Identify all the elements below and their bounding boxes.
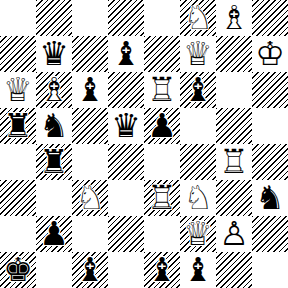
piece-black-pawn: ♟♟: [36, 216, 72, 252]
square-b4[interactable]: ♜♜: [36, 144, 72, 180]
square-h5[interactable]: [252, 108, 288, 144]
piece-white-bishop: ♝♗: [216, 0, 252, 36]
square-e3[interactable]: ♜♖: [144, 180, 180, 216]
piece-fill-underlay: ♝: [108, 36, 144, 72]
piece-black-bishop: ♝♝: [108, 36, 144, 72]
piece-fill-underlay: ♜: [144, 72, 180, 108]
square-d4[interactable]: [108, 144, 144, 180]
square-g5[interactable]: [216, 108, 252, 144]
piece-fill-underlay: ♟: [216, 216, 252, 252]
piece-fill-underlay: ♚: [252, 36, 288, 72]
piece-white-knight: ♞♘: [180, 0, 216, 36]
piece-fill-underlay: ♝: [144, 252, 180, 288]
piece-glyph: ♟: [36, 216, 72, 252]
piece-fill-underlay: ♛: [180, 36, 216, 72]
piece-glyph: ♖: [216, 144, 252, 180]
piece-black-bishop: ♝♝: [180, 252, 216, 288]
piece-glyph: ♛: [36, 36, 72, 72]
piece-black-bishop: ♝♝: [72, 72, 108, 108]
piece-black-knight: ♞♞: [252, 180, 288, 216]
piece-glyph: ♝: [180, 252, 216, 288]
piece-black-rook: ♜♜: [36, 144, 72, 180]
square-e7[interactable]: [144, 36, 180, 72]
piece-glyph: ♝: [72, 72, 108, 108]
piece-glyph: ♝: [144, 252, 180, 288]
piece-glyph: ♘: [180, 0, 216, 36]
square-g3[interactable]: [216, 180, 252, 216]
piece-white-knight: ♞♘: [180, 180, 216, 216]
piece-fill-underlay: ♞: [180, 180, 216, 216]
square-h7[interactable]: ♚♔: [252, 36, 288, 72]
piece-glyph: ♝: [72, 252, 108, 288]
piece-glyph: ♝: [108, 36, 144, 72]
square-b3[interactable]: [36, 180, 72, 216]
piece-black-pawn: ♟♟: [144, 108, 180, 144]
piece-black-queen: ♛♛: [36, 36, 72, 72]
square-a3[interactable]: [0, 180, 36, 216]
piece-white-rook: ♜♖: [216, 144, 252, 180]
square-c6[interactable]: ♝♝: [72, 72, 108, 108]
piece-glyph: ♚: [0, 252, 36, 288]
square-f8[interactable]: ♞♘: [180, 0, 216, 36]
piece-black-bishop: ♝♝: [180, 72, 216, 108]
chess-board: ♞♘♝♗♛♛♝♝♛♕♚♔♛♕♝♗♝♝♜♖♝♝♜♜♞♞♛♛♟♟♜♜♜♖♞♘♜♖♞♘…: [0, 0, 288, 288]
piece-white-pawn: ♟♙: [216, 216, 252, 252]
square-h3[interactable]: ♞♞: [252, 180, 288, 216]
square-e5[interactable]: ♟♟: [144, 108, 180, 144]
square-f5[interactable]: [180, 108, 216, 144]
piece-fill-underlay: ♟: [144, 108, 180, 144]
piece-glyph: ♗: [216, 0, 252, 36]
square-h6[interactable]: [252, 72, 288, 108]
square-e2[interactable]: [144, 216, 180, 252]
square-f3[interactable]: ♞♘: [180, 180, 216, 216]
piece-glyph: ♜: [36, 144, 72, 180]
piece-fill-underlay: ♛: [0, 72, 36, 108]
square-e8[interactable]: [144, 0, 180, 36]
piece-fill-underlay: ♜: [144, 180, 180, 216]
square-d6[interactable]: [108, 72, 144, 108]
square-a8[interactable]: [0, 0, 36, 36]
square-a2[interactable]: [0, 216, 36, 252]
square-f1[interactable]: ♝♝: [180, 252, 216, 288]
piece-glyph: ♙: [216, 216, 252, 252]
square-d5[interactable]: ♛♛: [108, 108, 144, 144]
piece-glyph: ♝: [180, 72, 216, 108]
piece-glyph: ♕: [180, 36, 216, 72]
square-g1[interactable]: [216, 252, 252, 288]
piece-glyph: ♞: [36, 108, 72, 144]
square-h8[interactable]: [252, 0, 288, 36]
piece-fill-underlay: ♛: [36, 36, 72, 72]
square-d2[interactable]: [108, 216, 144, 252]
square-b8[interactable]: [36, 0, 72, 36]
piece-black-knight: ♞♞: [36, 108, 72, 144]
square-f6[interactable]: ♝♝: [180, 72, 216, 108]
piece-fill-underlay: ♟: [36, 216, 72, 252]
piece-fill-underlay: ♝: [180, 252, 216, 288]
piece-fill-underlay: ♞: [72, 180, 108, 216]
square-g2[interactable]: ♟♙: [216, 216, 252, 252]
piece-white-king: ♚♔: [252, 36, 288, 72]
square-e6[interactable]: ♜♖: [144, 72, 180, 108]
square-c3[interactable]: ♞♘: [72, 180, 108, 216]
square-h1[interactable]: [252, 252, 288, 288]
square-d8[interactable]: [108, 0, 144, 36]
square-d7[interactable]: ♝♝: [108, 36, 144, 72]
piece-black-rook: ♜♜: [0, 108, 36, 144]
square-h2[interactable]: [252, 216, 288, 252]
piece-glyph: ♛: [108, 108, 144, 144]
piece-fill-underlay: ♚: [0, 252, 36, 288]
piece-white-queen: ♛♕: [0, 72, 36, 108]
piece-fill-underlay: ♝: [72, 72, 108, 108]
square-f2[interactable]: ♛♕: [180, 216, 216, 252]
piece-fill-underlay: ♞: [36, 108, 72, 144]
square-b6[interactable]: ♝♗: [36, 72, 72, 108]
square-f7[interactable]: ♛♕: [180, 36, 216, 72]
square-e1[interactable]: ♝♝: [144, 252, 180, 288]
piece-white-knight: ♞♘: [72, 180, 108, 216]
piece-black-queen: ♛♛: [108, 108, 144, 144]
piece-fill-underlay: ♜: [36, 144, 72, 180]
piece-glyph: ♘: [72, 180, 108, 216]
square-b7[interactable]: ♛♛: [36, 36, 72, 72]
square-g4[interactable]: ♜♖: [216, 144, 252, 180]
piece-glyph: ♗: [36, 72, 72, 108]
piece-white-rook: ♜♖: [144, 180, 180, 216]
square-b1[interactable]: [36, 252, 72, 288]
piece-fill-underlay: ♜: [0, 108, 36, 144]
square-a5[interactable]: ♜♜: [0, 108, 36, 144]
piece-glyph: ♕: [180, 216, 216, 252]
piece-glyph: ♖: [144, 72, 180, 108]
piece-fill-underlay: ♛: [180, 216, 216, 252]
piece-black-bishop: ♝♝: [144, 252, 180, 288]
piece-fill-underlay: ♝: [180, 72, 216, 108]
square-c1[interactable]: ♝♝: [72, 252, 108, 288]
piece-fill-underlay: ♞: [252, 180, 288, 216]
square-g8[interactable]: ♝♗: [216, 0, 252, 36]
piece-glyph: ♔: [252, 36, 288, 72]
piece-black-bishop: ♝♝: [72, 252, 108, 288]
square-c2[interactable]: [72, 216, 108, 252]
square-h4[interactable]: [252, 144, 288, 180]
square-a6[interactable]: ♛♕: [0, 72, 36, 108]
piece-fill-underlay: ♝: [72, 252, 108, 288]
piece-white-queen: ♛♕: [180, 36, 216, 72]
square-d3[interactable]: [108, 180, 144, 216]
piece-glyph: ♞: [252, 180, 288, 216]
piece-glyph: ♜: [0, 108, 36, 144]
square-a4[interactable]: [0, 144, 36, 180]
piece-glyph: ♘: [180, 180, 216, 216]
square-d1[interactable]: [108, 252, 144, 288]
square-c8[interactable]: [72, 0, 108, 36]
square-a1[interactable]: ♚♚: [0, 252, 36, 288]
piece-fill-underlay: ♛: [108, 108, 144, 144]
piece-white-rook: ♜♖: [144, 72, 180, 108]
piece-black-king: ♚♚: [0, 252, 36, 288]
square-b2[interactable]: ♟♟: [36, 216, 72, 252]
piece-fill-underlay: ♝: [36, 72, 72, 108]
square-c5[interactable]: [72, 108, 108, 144]
square-g7[interactable]: [216, 36, 252, 72]
square-b5[interactable]: ♞♞: [36, 108, 72, 144]
square-f4[interactable]: [180, 144, 216, 180]
piece-glyph: ♟: [144, 108, 180, 144]
square-a7[interactable]: [0, 36, 36, 72]
piece-fill-underlay: ♞: [180, 0, 216, 36]
square-e4[interactable]: [144, 144, 180, 180]
piece-fill-underlay: ♝: [216, 0, 252, 36]
piece-glyph: ♕: [0, 72, 36, 108]
piece-white-bishop: ♝♗: [36, 72, 72, 108]
square-c7[interactable]: [72, 36, 108, 72]
piece-glyph: ♖: [144, 180, 180, 216]
square-c4[interactable]: [72, 144, 108, 180]
piece-fill-underlay: ♜: [216, 144, 252, 180]
square-g6[interactable]: [216, 72, 252, 108]
piece-white-queen: ♛♕: [180, 216, 216, 252]
